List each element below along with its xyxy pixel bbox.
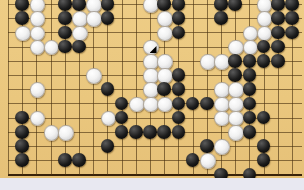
- black-stone[interactable]: [172, 26, 186, 40]
- grid-line-vertical: [136, 0, 137, 175]
- black-stone[interactable]: [228, 54, 242, 68]
- black-stone[interactable]: [214, 0, 228, 11]
- white-stone[interactable]: [257, 26, 273, 42]
- black-stone[interactable]: [101, 0, 115, 11]
- white-stone[interactable]: [214, 139, 230, 155]
- black-stone[interactable]: [243, 168, 257, 178]
- black-stone[interactable]: [243, 97, 257, 111]
- white-stone[interactable]: [157, 11, 173, 27]
- black-stone[interactable]: [157, 0, 171, 11]
- white-stone[interactable]: [243, 26, 259, 42]
- black-stone[interactable]: [115, 97, 129, 111]
- black-stone[interactable]: [214, 168, 228, 178]
- white-stone[interactable]: [30, 26, 46, 42]
- grid-line-vertical: [122, 0, 123, 175]
- white-stone[interactable]: [228, 40, 244, 56]
- go-board-region[interactable]: [0, 0, 304, 190]
- black-stone[interactable]: [15, 11, 29, 25]
- black-stone[interactable]: [58, 0, 72, 11]
- black-stone[interactable]: [214, 11, 228, 25]
- black-stone[interactable]: [157, 125, 171, 139]
- white-stone[interactable]: [243, 40, 259, 56]
- black-stone[interactable]: [15, 153, 29, 167]
- white-stone[interactable]: [101, 111, 117, 127]
- black-stone[interactable]: [257, 139, 271, 153]
- black-stone[interactable]: [101, 139, 115, 153]
- black-stone[interactable]: [58, 40, 72, 54]
- white-stone[interactable]: [30, 111, 46, 127]
- black-stone[interactable]: [115, 125, 129, 139]
- black-stone[interactable]: [243, 82, 257, 96]
- black-stone[interactable]: [228, 0, 242, 11]
- white-stone[interactable]: [257, 11, 273, 27]
- black-stone[interactable]: [271, 54, 285, 68]
- black-stone[interactable]: [257, 153, 271, 167]
- black-stone[interactable]: [257, 111, 271, 125]
- black-stone[interactable]: [285, 26, 299, 40]
- black-stone[interactable]: [172, 82, 186, 96]
- black-stone[interactable]: [129, 125, 143, 139]
- black-stone[interactable]: [72, 0, 86, 11]
- white-stone[interactable]: [30, 82, 46, 98]
- grid-line-vertical: [8, 0, 9, 175]
- white-stone[interactable]: [157, 97, 173, 113]
- black-stone[interactable]: [58, 11, 72, 25]
- black-stone[interactable]: [243, 68, 257, 82]
- white-stone[interactable]: [44, 40, 60, 56]
- black-stone[interactable]: [172, 11, 186, 25]
- go-board[interactable]: [0, 0, 304, 178]
- white-stone[interactable]: [72, 26, 88, 42]
- white-stone[interactable]: [86, 68, 102, 84]
- page-background: [0, 178, 304, 190]
- black-stone[interactable]: [15, 111, 29, 125]
- black-stone[interactable]: [271, 0, 285, 11]
- black-stone[interactable]: [172, 0, 186, 11]
- white-stone[interactable]: [228, 82, 244, 98]
- grid-line-vertical: [193, 0, 194, 175]
- black-stone[interactable]: [243, 125, 257, 139]
- black-stone[interactable]: [271, 11, 285, 25]
- black-stone[interactable]: [172, 97, 186, 111]
- black-stone[interactable]: [15, 139, 29, 153]
- black-stone[interactable]: [271, 26, 285, 40]
- white-stone[interactable]: [15, 26, 31, 42]
- white-stone[interactable]: [86, 11, 102, 27]
- black-stone[interactable]: [172, 68, 186, 82]
- black-stone[interactable]: [58, 26, 72, 40]
- white-stone[interactable]: [157, 26, 173, 42]
- black-stone[interactable]: [257, 54, 271, 68]
- black-stone[interactable]: [15, 125, 29, 139]
- white-stone[interactable]: [30, 40, 46, 56]
- board-bottom-edge-line: [8, 174, 302, 176]
- black-stone[interactable]: [157, 82, 171, 96]
- black-stone[interactable]: [101, 11, 115, 25]
- black-stone[interactable]: [172, 111, 186, 125]
- black-stone[interactable]: [228, 68, 242, 82]
- black-stone[interactable]: [186, 153, 200, 167]
- grid-line-vertical: [51, 0, 52, 175]
- black-stone[interactable]: [15, 0, 29, 11]
- black-stone[interactable]: [271, 40, 285, 54]
- white-stone[interactable]: [200, 153, 216, 169]
- black-stone[interactable]: [243, 54, 257, 68]
- white-stone[interactable]: [58, 125, 74, 141]
- black-stone[interactable]: [285, 0, 299, 11]
- white-stone[interactable]: [30, 11, 46, 27]
- black-stone[interactable]: [257, 40, 271, 54]
- black-stone[interactable]: [143, 125, 157, 139]
- black-stone[interactable]: [285, 11, 299, 25]
- black-stone[interactable]: [200, 97, 214, 111]
- white-stone[interactable]: [228, 125, 244, 141]
- black-stone[interactable]: [200, 139, 214, 153]
- black-stone[interactable]: [186, 97, 200, 111]
- black-stone[interactable]: [115, 111, 129, 125]
- black-stone[interactable]: [72, 40, 86, 54]
- black-stone[interactable]: [58, 153, 72, 167]
- white-stone[interactable]: [228, 97, 244, 113]
- black-stone[interactable]: [172, 125, 186, 139]
- black-stone[interactable]: [72, 153, 86, 167]
- black-stone[interactable]: [243, 111, 257, 125]
- black-stone[interactable]: [101, 82, 115, 96]
